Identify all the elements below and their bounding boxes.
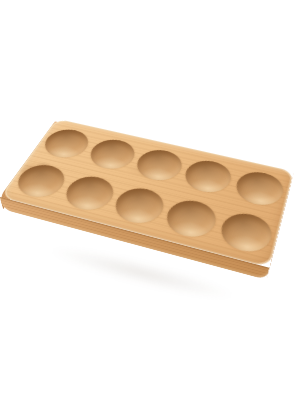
scene [0, 0, 300, 400]
pit-r2-c4[interactable] [160, 193, 223, 244]
pit-hollow [216, 209, 276, 257]
pit-r1-c3[interactable] [130, 144, 189, 187]
pit-hollow [109, 184, 170, 228]
pit-hollow [131, 146, 187, 184]
pit-r2-c3[interactable] [107, 181, 171, 230]
pit-hollow [161, 196, 221, 242]
pit-r2-c5[interactable] [215, 206, 277, 259]
pit-r1-c5[interactable] [231, 165, 288, 211]
pit-hollow [58, 172, 119, 214]
pit-r1-c4[interactable] [179, 154, 237, 198]
pit-hollow [180, 157, 236, 197]
pit-hollow [232, 168, 287, 209]
pit-hollow [84, 136, 141, 173]
